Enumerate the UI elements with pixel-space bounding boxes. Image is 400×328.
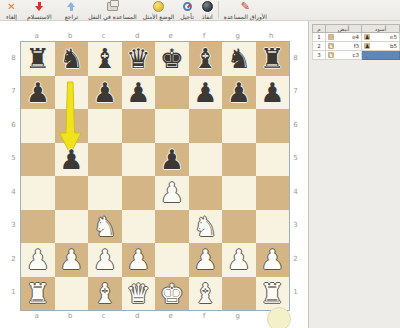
square-g6[interactable] bbox=[222, 109, 256, 143]
coord-label-5: 5 bbox=[9, 142, 18, 176]
white-rook-piece[interactable]: ♜ bbox=[260, 277, 284, 310]
square-g4[interactable] bbox=[222, 176, 256, 210]
square-g5[interactable] bbox=[222, 143, 256, 177]
best-position-button[interactable]: الوضع الأمثل bbox=[143, 1, 174, 20]
rank-labels-left: 87654321 bbox=[9, 41, 18, 309]
white-bishop-piece[interactable]: ♝ bbox=[93, 277, 117, 310]
chess-app-window: ✕ إلغاء الاستسلام تراجع المساعدة في النق… bbox=[0, 0, 400, 328]
square-e3[interactable] bbox=[155, 210, 189, 244]
black-pawn-piece[interactable]: ♟ bbox=[160, 143, 184, 176]
coord-label-d: d bbox=[121, 311, 155, 320]
adjourn-label: تأجيل bbox=[180, 13, 194, 20]
cancel-label: إلغاء bbox=[6, 13, 17, 20]
square-d5[interactable] bbox=[122, 143, 156, 177]
square-d2[interactable]: ♟ bbox=[122, 243, 156, 277]
move-row-1: 1 e4 e5 bbox=[313, 33, 400, 42]
coord-label-4: 4 bbox=[9, 175, 18, 209]
helper-sheets-pencil-icon: ✎ bbox=[241, 1, 250, 12]
square-e1[interactable]: ♚ bbox=[155, 277, 189, 311]
square-c7[interactable]: ♟ bbox=[88, 76, 122, 110]
undo-label: تراجع bbox=[65, 13, 79, 20]
coord-label-c: c bbox=[87, 31, 121, 40]
move-row-3: 3 c3 bbox=[313, 51, 400, 60]
move-table: م أبيض أسود 1 e4 e5 2 f3 b5 bbox=[312, 24, 400, 60]
square-f8[interactable]: ♝ bbox=[189, 42, 223, 76]
white-pawn-piece[interactable]: ♟ bbox=[26, 243, 50, 276]
white-bishop-piece[interactable]: ♝ bbox=[193, 277, 217, 310]
square-h7[interactable]: ♟ bbox=[256, 76, 290, 110]
white-queen-piece[interactable]: ♛ bbox=[126, 277, 150, 310]
coord-label-h: h bbox=[255, 31, 289, 40]
best-position-label: الوضع الأمثل bbox=[143, 13, 174, 20]
white-pawn-icon bbox=[328, 34, 334, 40]
square-e5[interactable]: ♟ bbox=[155, 143, 189, 177]
move-number: 1 bbox=[313, 33, 326, 42]
coord-label-b: b bbox=[54, 311, 88, 320]
file-labels-top: abcdefgh bbox=[20, 31, 288, 40]
square-b3[interactable] bbox=[55, 210, 89, 244]
square-b5[interactable]: ♟ bbox=[55, 143, 89, 177]
coord-label-7: 7 bbox=[291, 75, 300, 109]
square-a3[interactable] bbox=[21, 210, 55, 244]
move-help-label: المساعدة في النقل bbox=[88, 13, 137, 20]
square-f7[interactable]: ♟ bbox=[189, 76, 223, 110]
square-a2[interactable]: ♟ bbox=[21, 243, 55, 277]
square-d1[interactable]: ♛ bbox=[122, 277, 156, 311]
square-b1[interactable] bbox=[55, 277, 89, 311]
toolbar: ✕ إلغاء الاستسلام تراجع المساعدة في النق… bbox=[0, 0, 400, 21]
white-knight-icon bbox=[328, 43, 334, 49]
black-pawn-piece[interactable]: ♟ bbox=[126, 76, 150, 109]
coord-label-7: 7 bbox=[9, 75, 18, 109]
header-number: م bbox=[313, 25, 326, 33]
square-e6[interactable] bbox=[155, 109, 189, 143]
white-pawn-piece[interactable]: ♟ bbox=[126, 243, 150, 276]
square-g2[interactable]: ♟ bbox=[222, 243, 256, 277]
move-number: 2 bbox=[313, 42, 326, 51]
square-a4[interactable] bbox=[21, 176, 55, 210]
move-list-panel: م أبيض أسود 1 e4 e5 2 f3 b5 bbox=[308, 21, 400, 328]
red-arrow-down-icon bbox=[35, 1, 43, 12]
square-b8[interactable]: ♞ bbox=[55, 42, 89, 76]
move-row-2: 2 f3 b5 bbox=[313, 42, 400, 51]
coord-label-2: 2 bbox=[9, 242, 18, 276]
black-pawn-piece[interactable]: ♟ bbox=[260, 76, 284, 109]
square-e8[interactable]: ♚ bbox=[155, 42, 189, 76]
undo-button[interactable]: تراجع bbox=[65, 1, 79, 20]
black-rook-piece[interactable]: ♜ bbox=[260, 42, 284, 75]
square-a7[interactable]: ♟ bbox=[21, 76, 55, 110]
coord-label-a: a bbox=[20, 31, 54, 40]
surrender-button[interactable]: الاستسلام bbox=[27, 1, 52, 20]
file-labels-bottom: abcdefgh bbox=[20, 311, 288, 320]
turn-indicator bbox=[267, 307, 291, 328]
coord-label-4: 4 bbox=[291, 175, 300, 209]
coord-label-d: d bbox=[121, 31, 155, 40]
square-a5[interactable] bbox=[21, 143, 55, 177]
square-f4[interactable] bbox=[189, 176, 223, 210]
square-h2[interactable]: ♟ bbox=[256, 243, 290, 277]
square-b4[interactable] bbox=[55, 176, 89, 210]
coord-label-f: f bbox=[188, 311, 222, 320]
white-knight-piece[interactable]: ♞ bbox=[193, 210, 217, 243]
white-move-cell[interactable]: f3 bbox=[325, 42, 361, 51]
black-bishop-piece[interactable]: ♝ bbox=[93, 42, 117, 75]
white-knight-icon bbox=[328, 52, 334, 58]
coord-label-8: 8 bbox=[291, 41, 300, 75]
coord-label-c: c bbox=[87, 311, 121, 320]
square-h8[interactable]: ♜ bbox=[256, 42, 290, 76]
black-pawn-piece[interactable]: ♟ bbox=[193, 76, 217, 109]
square-a6[interactable] bbox=[21, 109, 55, 143]
cancel-button[interactable]: ✕ إلغاء bbox=[6, 1, 17, 20]
best-position-gold-icon bbox=[153, 1, 164, 12]
white-pawn-piece[interactable]: ♟ bbox=[227, 243, 251, 276]
coord-label-b: b bbox=[54, 31, 88, 40]
helper-sheets-button[interactable]: ✎ الأوراق المساعدة bbox=[224, 1, 267, 20]
board-area: abcdefgh 87654321 87654321 abcdefgh ♜♞♝♛… bbox=[0, 21, 308, 328]
square-d6[interactable] bbox=[122, 109, 156, 143]
coord-label-g: g bbox=[221, 311, 255, 320]
coord-label-2: 2 bbox=[291, 242, 300, 276]
coord-label-a: a bbox=[20, 311, 54, 320]
square-c8[interactable]: ♝ bbox=[88, 42, 122, 76]
save-label: انقاذ bbox=[202, 13, 213, 20]
blue-arrow-up-icon bbox=[67, 1, 75, 12]
coord-label-3: 3 bbox=[291, 209, 300, 243]
white-move-cell[interactable]: e4 bbox=[325, 33, 361, 42]
square-h5[interactable] bbox=[256, 143, 290, 177]
white-pawn-piece[interactable]: ♟ bbox=[160, 176, 184, 209]
coord-label-8: 8 bbox=[9, 41, 18, 75]
square-f2[interactable]: ♟ bbox=[189, 243, 223, 277]
coord-label-6: 6 bbox=[9, 108, 18, 142]
black-knight-piece[interactable]: ♞ bbox=[59, 42, 83, 75]
white-pawn-piece[interactable]: ♟ bbox=[59, 243, 83, 276]
white-pawn-piece[interactable]: ♟ bbox=[193, 243, 217, 276]
square-f1[interactable]: ♝ bbox=[189, 277, 223, 311]
coord-label-6: 6 bbox=[291, 108, 300, 142]
square-g1[interactable] bbox=[222, 277, 256, 311]
square-h1[interactable]: ♜ bbox=[256, 277, 290, 311]
black-bishop-piece[interactable]: ♝ bbox=[193, 42, 217, 75]
coord-label-5: 5 bbox=[291, 142, 300, 176]
coord-label-f: f bbox=[188, 31, 222, 40]
square-c2[interactable]: ♟ bbox=[88, 243, 122, 277]
white-knight-piece[interactable]: ♞ bbox=[93, 210, 117, 243]
coord-label-3: 3 bbox=[9, 209, 18, 243]
square-e2[interactable] bbox=[155, 243, 189, 277]
square-b7[interactable] bbox=[55, 76, 89, 110]
header-black: أسود bbox=[362, 25, 400, 33]
square-f6[interactable] bbox=[189, 109, 223, 143]
coord-label-e: e bbox=[154, 311, 188, 320]
black-knight-piece[interactable]: ♞ bbox=[227, 42, 251, 75]
save-dark-sphere-icon bbox=[202, 1, 213, 12]
square-g3[interactable] bbox=[222, 210, 256, 244]
coord-label-1: 1 bbox=[291, 276, 300, 310]
cancel-x-icon: ✕ bbox=[7, 1, 15, 12]
black-pawn-piece[interactable]: ♟ bbox=[227, 76, 251, 109]
white-pawn-piece[interactable]: ♟ bbox=[260, 243, 284, 276]
square-e7[interactable] bbox=[155, 76, 189, 110]
black-pawn-piece[interactable]: ♟ bbox=[93, 76, 117, 109]
square-c5[interactable] bbox=[88, 143, 122, 177]
black-king-piece[interactable]: ♚ bbox=[160, 42, 184, 75]
square-c3[interactable]: ♞ bbox=[88, 210, 122, 244]
adjourn-gauge-icon bbox=[183, 1, 192, 12]
square-h3[interactable] bbox=[256, 210, 290, 244]
surrender-label: الاستسلام bbox=[27, 13, 52, 20]
move-help-button[interactable]: المساعدة في النقل bbox=[88, 1, 137, 20]
white-rook-piece[interactable]: ♜ bbox=[26, 277, 50, 310]
black-pawn-piece[interactable]: ♟ bbox=[26, 76, 50, 109]
square-b2[interactable]: ♟ bbox=[55, 243, 89, 277]
move-table-header: م أبيض أسود bbox=[313, 25, 400, 33]
white-move-cell[interactable]: c3 bbox=[325, 51, 361, 60]
square-d4[interactable] bbox=[122, 176, 156, 210]
chess-board[interactable]: ♜♞♝♛♚♝♞♜♟♟♟♟♟♟♟♟♟♞♞♟♟♟♟♟♟♟♜♝♛♚♝♜ bbox=[20, 41, 290, 311]
move-help-cards-icon bbox=[107, 1, 118, 12]
black-pawn-icon bbox=[364, 43, 370, 49]
square-g8[interactable]: ♞ bbox=[222, 42, 256, 76]
square-e4[interactable]: ♟ bbox=[155, 176, 189, 210]
black-move-cell[interactable]: e5 bbox=[362, 33, 400, 42]
square-d7[interactable]: ♟ bbox=[122, 76, 156, 110]
square-b6[interactable] bbox=[55, 109, 89, 143]
black-pawn-piece[interactable]: ♟ bbox=[59, 143, 83, 176]
square-a1[interactable]: ♜ bbox=[21, 277, 55, 311]
square-d3[interactable] bbox=[122, 210, 156, 244]
coord-label-e: e bbox=[154, 31, 188, 40]
rank-labels-right: 87654321 bbox=[291, 41, 300, 309]
square-f5[interactable] bbox=[189, 143, 223, 177]
toolbar-separator bbox=[218, 1, 219, 18]
square-c6[interactable] bbox=[88, 109, 122, 143]
save-button[interactable]: انقاذ bbox=[202, 1, 213, 20]
black-pawn-icon bbox=[364, 34, 370, 40]
move-number: 3 bbox=[313, 51, 326, 60]
black-queen-piece[interactable]: ♛ bbox=[126, 42, 150, 75]
square-f3[interactable]: ♞ bbox=[189, 210, 223, 244]
header-white: أبيض bbox=[325, 25, 361, 33]
square-h4[interactable] bbox=[256, 176, 290, 210]
coord-label-1: 1 bbox=[9, 276, 18, 310]
selected-move-cell[interactable] bbox=[362, 51, 400, 60]
square-a8[interactable]: ♜ bbox=[21, 42, 55, 76]
helper-sheets-label: الأوراق المساعدة bbox=[224, 13, 267, 20]
adjourn-button[interactable]: تأجيل bbox=[180, 1, 194, 20]
black-move-cell[interactable]: b5 bbox=[362, 42, 400, 51]
square-g7[interactable]: ♟ bbox=[222, 76, 256, 110]
black-rook-piece[interactable]: ♜ bbox=[26, 42, 50, 75]
square-h6[interactable] bbox=[256, 109, 290, 143]
white-king-piece[interactable]: ♚ bbox=[160, 277, 184, 310]
square-d8[interactable]: ♛ bbox=[122, 42, 156, 76]
square-c1[interactable]: ♝ bbox=[88, 277, 122, 311]
coord-label-g: g bbox=[221, 31, 255, 40]
square-c4[interactable] bbox=[88, 176, 122, 210]
white-pawn-piece[interactable]: ♟ bbox=[93, 243, 117, 276]
